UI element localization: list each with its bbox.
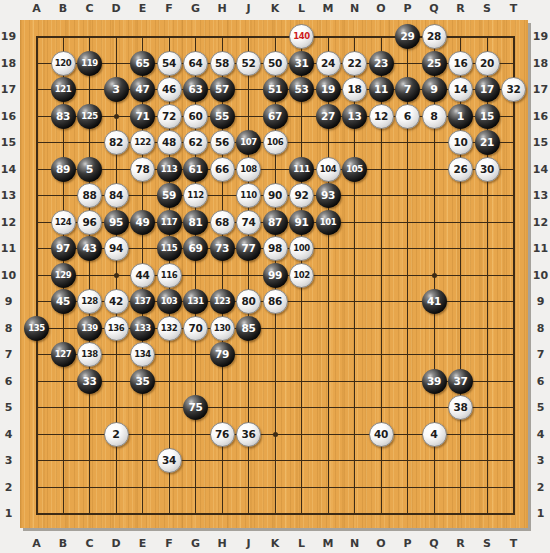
stone-H9: 123 — [210, 289, 235, 314]
stone-G13: 112 — [183, 183, 208, 208]
move-number: 71 — [135, 111, 149, 122]
col-label-bottom-B: B — [53, 537, 73, 550]
move-number: 48 — [162, 137, 176, 148]
stone-H16: 55 — [210, 104, 235, 129]
stone-R14: 26 — [448, 157, 473, 182]
move-number: 116 — [161, 271, 178, 280]
stone-F3: 34 — [157, 448, 182, 473]
stone-H18: 58 — [210, 51, 235, 76]
row-label-left-2: 2 — [0, 481, 17, 494]
col-label-top-S: S — [477, 2, 497, 15]
move-number: 74 — [241, 217, 255, 228]
move-number: 11 — [374, 84, 388, 95]
stone-J4: 36 — [236, 422, 261, 447]
row-label-right-17: 17 — [532, 83, 549, 96]
stone-D13: 84 — [104, 183, 129, 208]
move-number: 3 — [112, 84, 119, 95]
row-label-left-5: 5 — [0, 401, 17, 414]
stone-J8: 85 — [236, 316, 261, 341]
move-number: 21 — [480, 137, 494, 148]
stone-H4: 76 — [210, 422, 235, 447]
stone-C14: 5 — [77, 157, 102, 182]
move-number: 5 — [86, 164, 93, 175]
stone-N16: 13 — [342, 104, 367, 129]
stone-D11: 94 — [104, 236, 129, 261]
move-number: 55 — [215, 111, 229, 122]
stone-H12: 68 — [210, 210, 235, 235]
row-label-right-19: 19 — [532, 30, 549, 43]
col-label-bottom-G: G — [186, 537, 206, 550]
stone-D4: 2 — [104, 422, 129, 447]
row-label-right-5: 5 — [532, 401, 549, 414]
col-label-top-C: C — [80, 2, 100, 15]
stone-K17: 51 — [263, 77, 288, 102]
stone-E17: 47 — [130, 77, 155, 102]
stone-T17: 32 — [501, 77, 526, 102]
move-number: 103 — [161, 297, 178, 306]
stone-Q19: 28 — [422, 24, 447, 49]
stone-S14: 30 — [475, 157, 500, 182]
move-number: 32 — [506, 84, 520, 95]
row-label-right-12: 12 — [532, 216, 549, 229]
stone-K16: 67 — [263, 104, 288, 129]
col-label-bottom-M: M — [318, 537, 338, 550]
stone-E12: 49 — [130, 210, 155, 235]
row-label-left-11: 11 — [0, 242, 17, 255]
move-number: 35 — [135, 376, 149, 387]
row-label-left-4: 4 — [0, 428, 17, 441]
stone-L17: 53 — [289, 77, 314, 102]
move-number: 53 — [294, 84, 308, 95]
stone-L19: 140 — [289, 24, 314, 49]
stone-K11: 98 — [263, 236, 288, 261]
stone-B14: 89 — [51, 157, 76, 182]
stone-B16: 83 — [51, 104, 76, 129]
stone-S16: 15 — [475, 104, 500, 129]
stone-D17: 3 — [104, 77, 129, 102]
go-kifu-diagram: 1402928120119655464585250312422232516201… — [0, 0, 550, 553]
stone-J12: 74 — [236, 210, 261, 235]
stone-J14: 108 — [236, 157, 261, 182]
move-number: 128 — [81, 297, 98, 306]
move-number: 78 — [135, 164, 149, 175]
move-number: 18 — [347, 84, 361, 95]
stone-B10: 129 — [51, 263, 76, 288]
move-number: 108 — [240, 165, 257, 174]
move-number: 105 — [346, 165, 363, 174]
move-number: 75 — [188, 402, 202, 413]
move-number: 80 — [241, 296, 255, 307]
col-label-top-L: L — [292, 2, 312, 15]
move-number: 62 — [188, 137, 202, 148]
stone-G11: 69 — [183, 236, 208, 261]
row-label-right-9: 9 — [532, 295, 549, 308]
move-number: 33 — [82, 376, 96, 387]
move-number: 19 — [321, 84, 335, 95]
stone-C18: 119 — [77, 51, 102, 76]
stone-J18: 52 — [236, 51, 261, 76]
move-number: 132 — [161, 324, 178, 333]
row-label-right-2: 2 — [532, 481, 549, 494]
move-number: 93 — [321, 190, 335, 201]
col-label-top-A: A — [27, 2, 47, 15]
col-label-bottom-T: T — [504, 537, 524, 550]
row-label-right-8: 8 — [532, 322, 549, 335]
stone-E9: 137 — [130, 289, 155, 314]
row-label-left-3: 3 — [0, 454, 17, 467]
stone-L18: 31 — [289, 51, 314, 76]
stone-N14: 105 — [342, 157, 367, 182]
stone-F10: 116 — [157, 263, 182, 288]
stone-K15: 106 — [263, 130, 288, 155]
col-label-top-Q: Q — [424, 2, 444, 15]
move-number: 127 — [55, 350, 72, 359]
stone-F15: 48 — [157, 130, 182, 155]
move-number: 10 — [453, 137, 467, 148]
move-number: 99 — [268, 270, 282, 281]
col-label-bottom-H: H — [212, 537, 232, 550]
col-label-bottom-A: A — [27, 537, 47, 550]
stone-B17: 121 — [51, 77, 76, 102]
row-label-left-10: 10 — [0, 269, 17, 282]
move-number: 14 — [453, 84, 467, 95]
star-point — [114, 114, 119, 119]
stone-O16: 12 — [369, 104, 394, 129]
col-label-bottom-C: C — [80, 537, 100, 550]
move-number: 30 — [480, 164, 494, 175]
move-number: 37 — [453, 376, 467, 387]
move-number: 50 — [268, 58, 282, 69]
stone-K10: 99 — [263, 263, 288, 288]
stone-G18: 64 — [183, 51, 208, 76]
stone-C12: 96 — [77, 210, 102, 235]
move-number: 76 — [215, 429, 229, 440]
move-number: 57 — [215, 84, 229, 95]
move-number: 23 — [374, 58, 388, 69]
row-label-left-7: 7 — [0, 348, 17, 361]
move-number: 112 — [187, 191, 204, 200]
move-number: 83 — [56, 111, 70, 122]
move-number: 40 — [374, 429, 388, 440]
move-number: 82 — [109, 137, 123, 148]
stone-J9: 80 — [236, 289, 261, 314]
col-label-bottom-P: P — [398, 537, 418, 550]
stone-G5: 75 — [183, 395, 208, 420]
move-number: 8 — [430, 111, 437, 122]
move-number: 79 — [215, 349, 229, 360]
stone-C6: 33 — [77, 369, 102, 394]
move-number: 136 — [108, 324, 125, 333]
move-number: 134 — [134, 350, 151, 359]
stone-E10: 44 — [130, 263, 155, 288]
grid-line-horizontal — [36, 460, 515, 461]
stone-B18: 120 — [51, 51, 76, 76]
row-label-right-11: 11 — [532, 242, 549, 255]
stone-G9: 131 — [183, 289, 208, 314]
move-number: 63 — [188, 84, 202, 95]
move-number: 120 — [55, 59, 72, 68]
stone-G8: 70 — [183, 316, 208, 341]
move-number: 54 — [162, 58, 176, 69]
row-label-left-19: 19 — [0, 30, 17, 43]
col-label-top-O: O — [371, 2, 391, 15]
move-number: 20 — [480, 58, 494, 69]
stone-C11: 43 — [77, 236, 102, 261]
col-label-top-M: M — [318, 2, 338, 15]
stone-C13: 88 — [77, 183, 102, 208]
move-number: 124 — [55, 218, 72, 227]
move-number: 85 — [241, 323, 255, 334]
stone-K12: 87 — [263, 210, 288, 235]
stone-S18: 20 — [475, 51, 500, 76]
stone-J11: 77 — [236, 236, 261, 261]
stone-F18: 54 — [157, 51, 182, 76]
stone-L10: 102 — [289, 263, 314, 288]
col-label-top-T: T — [504, 2, 524, 15]
col-label-top-D: D — [106, 2, 126, 15]
move-number: 59 — [162, 190, 176, 201]
stone-Q4: 4 — [422, 422, 447, 447]
stone-O4: 40 — [369, 422, 394, 447]
row-label-left-18: 18 — [0, 57, 17, 70]
stone-F8: 132 — [157, 316, 182, 341]
move-number: 90 — [268, 190, 282, 201]
stone-N18: 22 — [342, 51, 367, 76]
stone-F16: 72 — [157, 104, 182, 129]
move-number: 2 — [112, 429, 119, 440]
move-number: 69 — [188, 243, 202, 254]
row-label-right-14: 14 — [532, 163, 549, 176]
stone-J13: 110 — [236, 183, 261, 208]
move-number: 34 — [162, 455, 176, 466]
grid-line-horizontal — [36, 407, 515, 408]
move-number: 41 — [427, 296, 441, 307]
move-number: 140 — [293, 32, 310, 41]
move-number: 24 — [321, 58, 335, 69]
row-label-left-14: 14 — [0, 163, 17, 176]
move-number: 100 — [293, 244, 310, 253]
stone-L14: 111 — [289, 157, 314, 182]
stone-E15: 122 — [130, 130, 155, 155]
stone-K9: 86 — [263, 289, 288, 314]
stone-S17: 17 — [475, 77, 500, 102]
move-number: 117 — [161, 218, 178, 227]
stone-F11: 115 — [157, 236, 182, 261]
row-label-left-15: 15 — [0, 136, 17, 149]
col-label-bottom-E: E — [133, 537, 153, 550]
move-number: 36 — [241, 429, 255, 440]
move-number: 56 — [215, 137, 229, 148]
move-number: 137 — [134, 297, 151, 306]
move-number: 84 — [109, 190, 123, 201]
move-number: 110 — [240, 191, 257, 200]
move-number: 61 — [188, 164, 202, 175]
stone-B11: 97 — [51, 236, 76, 261]
row-label-right-6: 6 — [532, 375, 549, 388]
move-number: 101 — [320, 218, 337, 227]
move-number: 46 — [162, 84, 176, 95]
move-number: 64 — [188, 58, 202, 69]
move-number: 138 — [81, 350, 98, 359]
move-number: 97 — [56, 243, 70, 254]
move-number: 28 — [427, 31, 441, 42]
move-number: 98 — [268, 243, 282, 254]
move-number: 72 — [162, 111, 176, 122]
stone-R5: 38 — [448, 395, 473, 420]
stone-H17: 57 — [210, 77, 235, 102]
move-number: 13 — [347, 111, 361, 122]
stone-K18: 50 — [263, 51, 288, 76]
stone-K13: 90 — [263, 183, 288, 208]
stone-E18: 65 — [130, 51, 155, 76]
move-number: 29 — [400, 31, 414, 42]
move-number: 42 — [109, 296, 123, 307]
move-number: 129 — [55, 271, 72, 280]
stone-L13: 92 — [289, 183, 314, 208]
row-label-right-13: 13 — [532, 189, 549, 202]
move-number: 87 — [268, 217, 282, 228]
move-number: 119 — [81, 59, 98, 68]
move-number: 133 — [134, 324, 151, 333]
grid-line-horizontal — [36, 487, 515, 488]
move-number: 130 — [214, 324, 231, 333]
stone-H11: 73 — [210, 236, 235, 261]
move-number: 68 — [215, 217, 229, 228]
stone-O17: 11 — [369, 77, 394, 102]
move-number: 47 — [135, 84, 149, 95]
stone-C7: 138 — [77, 342, 102, 367]
move-number: 1 — [457, 111, 464, 122]
stone-G14: 61 — [183, 157, 208, 182]
row-label-left-1: 1 — [0, 507, 17, 520]
col-label-top-F: F — [159, 2, 179, 15]
move-number: 92 — [294, 190, 308, 201]
stone-R17: 14 — [448, 77, 473, 102]
stone-R15: 10 — [448, 130, 473, 155]
move-number: 49 — [135, 217, 149, 228]
stone-P17: 7 — [395, 77, 420, 102]
stone-F13: 59 — [157, 183, 182, 208]
stone-E6: 35 — [130, 369, 155, 394]
stone-S15: 21 — [475, 130, 500, 155]
col-label-top-J: J — [239, 2, 259, 15]
move-number: 125 — [81, 112, 98, 121]
move-number: 16 — [453, 58, 467, 69]
row-label-left-6: 6 — [0, 375, 17, 388]
row-label-right-16: 16 — [532, 110, 549, 123]
move-number: 65 — [135, 58, 149, 69]
move-number: 95 — [109, 217, 123, 228]
stone-F14: 113 — [157, 157, 182, 182]
move-number: 122 — [134, 138, 151, 147]
move-number: 58 — [215, 58, 229, 69]
move-number: 135 — [28, 324, 45, 333]
move-number: 26 — [453, 164, 467, 175]
move-number: 60 — [188, 111, 202, 122]
stone-D9: 42 — [104, 289, 129, 314]
stone-M17: 19 — [316, 77, 341, 102]
move-number: 89 — [56, 164, 70, 175]
stone-D8: 136 — [104, 316, 129, 341]
row-label-right-18: 18 — [532, 57, 549, 70]
move-number: 102 — [293, 271, 310, 280]
col-label-bottom-J: J — [239, 537, 259, 550]
move-number: 17 — [480, 84, 494, 95]
col-label-bottom-S: S — [477, 537, 497, 550]
col-label-top-N: N — [345, 2, 365, 15]
stone-E7: 134 — [130, 342, 155, 367]
move-number: 15 — [480, 111, 494, 122]
col-label-bottom-Q: Q — [424, 537, 444, 550]
stone-G17: 63 — [183, 77, 208, 102]
stone-L11: 100 — [289, 236, 314, 261]
move-number: 51 — [268, 84, 282, 95]
move-number: 22 — [347, 58, 361, 69]
col-label-bottom-R: R — [451, 537, 471, 550]
move-number: 27 — [321, 111, 335, 122]
col-label-top-E: E — [133, 2, 153, 15]
stone-P16: 6 — [395, 104, 420, 129]
stone-H7: 79 — [210, 342, 235, 367]
move-number: 9 — [430, 84, 437, 95]
stone-F12: 117 — [157, 210, 182, 235]
row-label-right-4: 4 — [532, 428, 549, 441]
stone-M14: 104 — [316, 157, 341, 182]
stone-G12: 81 — [183, 210, 208, 235]
stone-F9: 103 — [157, 289, 182, 314]
move-number: 25 — [427, 58, 441, 69]
move-number: 139 — [81, 324, 98, 333]
stone-H8: 130 — [210, 316, 235, 341]
move-number: 44 — [135, 270, 149, 281]
stone-B12: 124 — [51, 210, 76, 235]
star-point — [432, 273, 437, 278]
move-number: 91 — [294, 217, 308, 228]
col-label-top-B: B — [53, 2, 73, 15]
move-number: 67 — [268, 111, 282, 122]
move-number: 66 — [215, 164, 229, 175]
star-point — [273, 432, 278, 437]
stone-Q6: 39 — [422, 369, 447, 394]
move-number: 12 — [374, 111, 388, 122]
stone-E8: 133 — [130, 316, 155, 341]
stone-M16: 27 — [316, 104, 341, 129]
go-board[interactable]: 1402928120119655464585250312422232516201… — [20, 20, 528, 528]
move-number: 31 — [294, 58, 308, 69]
stone-H14: 66 — [210, 157, 235, 182]
row-label-right-10: 10 — [532, 269, 549, 282]
move-number: 52 — [241, 58, 255, 69]
move-number: 4 — [430, 429, 437, 440]
move-number: 106 — [267, 138, 284, 147]
stone-A8: 135 — [24, 316, 49, 341]
col-label-bottom-D: D — [106, 537, 126, 550]
stone-P19: 29 — [395, 24, 420, 49]
row-label-left-17: 17 — [0, 83, 17, 96]
col-label-bottom-K: K — [265, 537, 285, 550]
move-number: 96 — [82, 217, 96, 228]
move-number: 77 — [241, 243, 255, 254]
move-number: 94 — [109, 243, 123, 254]
col-label-top-G: G — [186, 2, 206, 15]
move-number: 38 — [453, 402, 467, 413]
row-label-left-13: 13 — [0, 189, 17, 202]
grid-line-horizontal — [36, 513, 515, 515]
move-number: 107 — [240, 138, 257, 147]
col-label-bottom-O: O — [371, 537, 391, 550]
stone-J15: 107 — [236, 130, 261, 155]
move-number: 73 — [215, 243, 229, 254]
